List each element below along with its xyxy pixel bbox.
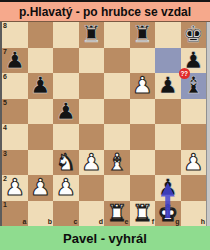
white-rook[interactable]: ♜ xyxy=(104,201,130,227)
square-g8[interactable] xyxy=(155,22,181,48)
board-right-edge xyxy=(206,22,210,226)
square-h5[interactable] xyxy=(181,99,207,125)
black-pawn[interactable]: ♟ xyxy=(2,48,28,74)
game-title: p.Hlavatý - po hrubce se vzdal xyxy=(19,5,191,19)
black-pawn[interactable]: ♟ xyxy=(155,175,181,201)
square-g4[interactable] xyxy=(155,124,181,150)
white-pawn[interactable]: ♟ xyxy=(79,150,105,176)
square-f1[interactable]: f♜ xyxy=(130,201,156,227)
square-d8[interactable]: ♜ xyxy=(79,22,105,48)
black-rook[interactable]: ♜ xyxy=(130,22,156,48)
white-pawn[interactable]: ♟ xyxy=(181,150,207,176)
board-area: 8♜♜♚7♟♟6♟♟♟♝5♟43♞♟♝♟2♟♟♟♟1abcde♜f♜g♚h?? xyxy=(0,22,210,226)
square-b8[interactable] xyxy=(28,22,54,48)
white-pawn[interactable]: ♟ xyxy=(2,175,28,201)
square-g6[interactable]: ♟ xyxy=(155,73,181,99)
square-d5[interactable] xyxy=(79,99,105,125)
white-king[interactable]: ♚ xyxy=(155,201,181,227)
square-f8[interactable]: ♜ xyxy=(130,22,156,48)
square-d1[interactable]: d xyxy=(79,201,105,227)
square-f7[interactable] xyxy=(130,48,156,74)
square-b7[interactable] xyxy=(28,48,54,74)
square-f3[interactable] xyxy=(130,150,156,176)
square-e4[interactable] xyxy=(104,124,130,150)
square-a1[interactable]: 1a xyxy=(2,201,28,227)
square-e3[interactable]: ♝ xyxy=(104,150,130,176)
square-c8[interactable] xyxy=(53,22,79,48)
square-h3[interactable]: ♟ xyxy=(181,150,207,176)
rank-label-6: 6 xyxy=(3,73,7,81)
square-b4[interactable] xyxy=(28,124,54,150)
file-label-a: a xyxy=(23,218,27,226)
square-f5[interactable] xyxy=(130,99,156,125)
rank-label-1: 1 xyxy=(3,201,7,209)
square-f2[interactable] xyxy=(130,175,156,201)
square-h4[interactable] xyxy=(181,124,207,150)
square-c5[interactable]: ♟ xyxy=(53,99,79,125)
square-d2[interactable] xyxy=(79,175,105,201)
black-rook[interactable]: ♜ xyxy=(79,22,105,48)
square-b1[interactable]: b xyxy=(28,201,54,227)
square-a5[interactable]: 5 xyxy=(2,99,28,125)
square-h2[interactable] xyxy=(181,175,207,201)
square-b2[interactable]: ♟ xyxy=(28,175,54,201)
white-pawn[interactable]: ♟ xyxy=(53,175,79,201)
square-e1[interactable]: e♜ xyxy=(104,201,130,227)
rank-label-5: 5 xyxy=(3,99,7,107)
square-a3[interactable]: 3 xyxy=(2,150,28,176)
black-pawn[interactable]: ♟ xyxy=(28,73,54,99)
square-h8[interactable]: ♚ xyxy=(181,22,207,48)
square-e8[interactable] xyxy=(104,22,130,48)
square-g2[interactable]: ♟ xyxy=(155,175,181,201)
square-d6[interactable] xyxy=(79,73,105,99)
white-knight[interactable]: ♞ xyxy=(53,150,79,176)
square-d3[interactable]: ♟ xyxy=(79,150,105,176)
white-bishop[interactable]: ♝ xyxy=(104,150,130,176)
square-a4[interactable]: 4 xyxy=(2,124,28,150)
black-pawn[interactable]: ♟ xyxy=(155,73,181,99)
white-pawn[interactable]: ♟ xyxy=(28,175,54,201)
result-text: Pavel - vyhrál xyxy=(63,231,147,246)
square-a8[interactable]: 8 xyxy=(2,22,28,48)
square-b6[interactable]: ♟ xyxy=(28,73,54,99)
file-label-d: d xyxy=(99,218,103,226)
square-d4[interactable] xyxy=(79,124,105,150)
rank-label-8: 8 xyxy=(3,22,7,30)
black-pawn[interactable]: ♟ xyxy=(53,99,79,125)
square-c7[interactable] xyxy=(53,48,79,74)
square-c2[interactable]: ♟ xyxy=(53,175,79,201)
square-e5[interactable] xyxy=(104,99,130,125)
square-f6[interactable]: ♟ xyxy=(130,73,156,99)
square-c6[interactable] xyxy=(53,73,79,99)
square-g3[interactable] xyxy=(155,150,181,176)
board[interactable]: 8♜♜♚7♟♟6♟♟♟♝5♟43♞♟♝♟2♟♟♟♟1abcde♜f♜g♚h?? xyxy=(2,22,206,226)
square-e7[interactable] xyxy=(104,48,130,74)
square-g7[interactable] xyxy=(155,48,181,74)
white-pawn[interactable]: ♟ xyxy=(130,73,156,99)
square-f4[interactable] xyxy=(130,124,156,150)
square-h1[interactable]: h xyxy=(181,201,207,227)
square-g1[interactable]: g♚ xyxy=(155,201,181,227)
square-a6[interactable]: 6 xyxy=(2,73,28,99)
square-c3[interactable]: ♞ xyxy=(53,150,79,176)
square-b5[interactable] xyxy=(28,99,54,125)
square-d7[interactable] xyxy=(79,48,105,74)
white-rook[interactable]: ♜ xyxy=(130,201,156,227)
rank-label-4: 4 xyxy=(3,124,7,132)
square-a2[interactable]: 2♟ xyxy=(2,175,28,201)
black-king[interactable]: ♚ xyxy=(181,22,207,48)
square-e6[interactable] xyxy=(104,73,130,99)
file-label-h: h xyxy=(201,218,205,226)
result-banner: Pavel - vyhrál xyxy=(0,226,210,250)
square-b3[interactable] xyxy=(28,150,54,176)
square-e2[interactable] xyxy=(104,175,130,201)
chess-app-window: p.Hlavatý - po hrubce se vzdal 8♜♜♚7♟♟6♟… xyxy=(0,0,210,250)
square-c4[interactable] xyxy=(53,124,79,150)
file-label-b: b xyxy=(48,218,52,226)
game-title-bar: p.Hlavatý - po hrubce se vzdal xyxy=(0,0,210,22)
square-g5[interactable] xyxy=(155,99,181,125)
blunder-badge: ?? xyxy=(179,68,190,79)
rank-label-3: 3 xyxy=(3,150,7,158)
file-label-c: c xyxy=(74,218,78,226)
square-c1[interactable]: c xyxy=(53,201,79,227)
square-a7[interactable]: 7♟ xyxy=(2,48,28,74)
